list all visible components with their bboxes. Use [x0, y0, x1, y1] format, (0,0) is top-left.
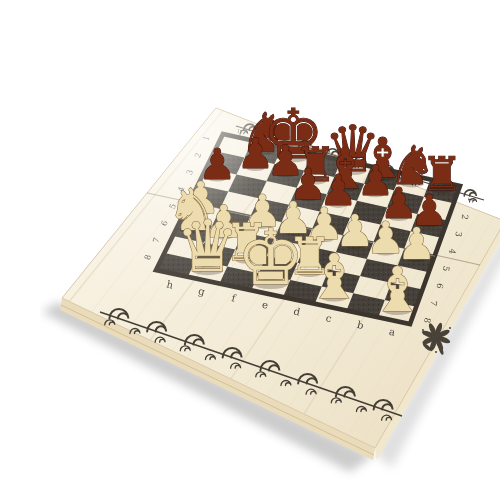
- svg-text:♝: ♝: [307, 241, 362, 312]
- chess-set-render: hgfedcbahgfedcba1234567812345678 ♞ ♚ ♟ ♛…: [40, 16, 500, 500]
- white-king: ♚: [237, 213, 305, 302]
- svg-text:♚: ♚: [237, 213, 305, 302]
- white-bishop: ♝: [370, 254, 425, 325]
- svg-text:♝: ♝: [370, 254, 425, 325]
- product-photo-chess-set[interactable]: hgfedcbahgfedcba1234567812345678 ♞ ♚ ♟ ♛…: [40, 16, 500, 500]
- white-queen: ♛: [176, 205, 240, 288]
- board-scene: hgfedcbahgfedcba1234567812345678 ♞ ♚ ♟ ♛…: [40, 16, 500, 500]
- rank-label-right-1: 1: [466, 196, 477, 203]
- svg-text:♛: ♛: [176, 205, 240, 288]
- white-bishop: ♝: [307, 241, 362, 312]
